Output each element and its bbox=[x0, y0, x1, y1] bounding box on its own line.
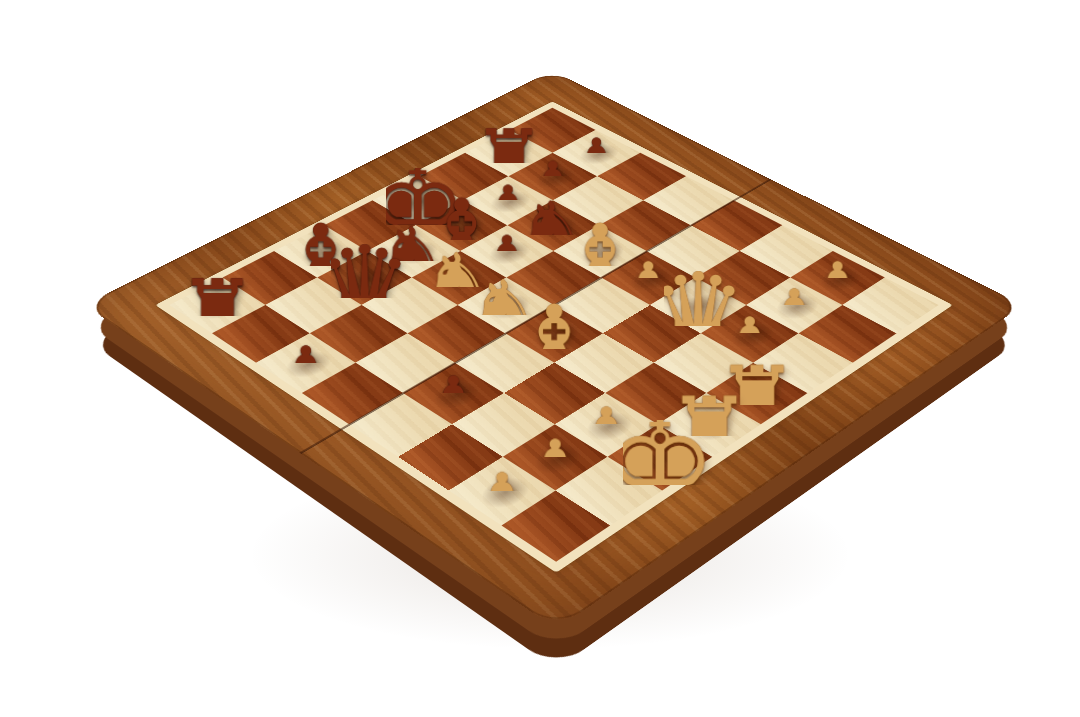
product-photo-scene: ♜♝♚♜♛♞♝♟♟♟♟♞♟♞♞♝♟♝♟♛♟♟♟♟♟♟♚♜♜ bbox=[0, 0, 1080, 717]
piece-shadow bbox=[768, 289, 827, 323]
piece-shadow bbox=[528, 163, 583, 192]
piece-shadow bbox=[723, 317, 783, 353]
piece-shadow bbox=[672, 289, 731, 323]
piece-shadow bbox=[729, 375, 791, 413]
perspective-stage: ♜♝♚♜♛♞♝♟♟♟♟♞♟♞♞♝♟♝♟♛♟♟♟♟♟♟♚♜♜ bbox=[0, 0, 1080, 717]
square-c4 bbox=[455, 333, 554, 393]
board-border-strip: ♜♝♚♜♛♞♝♟♟♟♟♞♟♞♞♝♟♝♟♛♟♟♟♟♟♟♚♜♜ bbox=[155, 101, 953, 572]
piece-shadow bbox=[681, 406, 744, 446]
piece-shadow bbox=[479, 289, 539, 323]
square-a1 bbox=[501, 490, 610, 561]
piece-shadow bbox=[433, 262, 492, 295]
square-e1: ♜ bbox=[706, 362, 807, 424]
piece-shadow bbox=[425, 375, 488, 413]
white-rook-e1: ♜ bbox=[721, 357, 793, 429]
square-h1 bbox=[842, 277, 938, 333]
piece-shadow bbox=[338, 262, 397, 295]
piece-shadow bbox=[812, 262, 870, 295]
piece-shadow bbox=[622, 262, 680, 295]
board-grid: ♜♝♚♜♛♞♝♟♟♟♟♞♟♞♞♝♟♝♟♛♟♟♟♟♟♟♚♜♜ bbox=[169, 107, 938, 561]
board-frame: ♜♝♚♜♛♞♝♟♟♟♟♞♟♞♞♝♟♝♟♛♟♟♟♟♟♟♚♜♜ bbox=[84, 70, 1023, 629]
square-f1 bbox=[753, 333, 852, 393]
piece-shadow bbox=[631, 438, 695, 479]
chess-board: ♜♝♚♜♛♞♝♟♟♟♟♞♟♞♞♝♟♝♟♛♟♟♟♟♟♟♚♜♜ bbox=[84, 70, 1023, 629]
square-h6 bbox=[597, 152, 686, 200]
piece-shadow bbox=[526, 438, 591, 479]
